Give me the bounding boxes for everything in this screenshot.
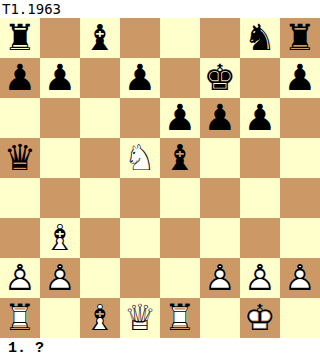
white-king: ♔: [240, 298, 280, 338]
square-e2[interactable]: [160, 258, 200, 298]
white-knight-fill: ♞: [120, 138, 160, 178]
square-a8[interactable]: ♜: [0, 18, 40, 58]
square-c4[interactable]: [80, 178, 120, 218]
square-b7[interactable]: ♟: [40, 58, 80, 98]
white-rook: ♖: [160, 298, 200, 338]
square-h4[interactable]: [280, 178, 320, 218]
square-a5[interactable]: ♛: [0, 138, 40, 178]
white-pawn: ♙: [0, 258, 40, 298]
white-rook: ♖: [0, 298, 40, 338]
white-pawn-fill: ♟: [240, 258, 280, 298]
square-e5[interactable]: ♝: [160, 138, 200, 178]
black-knight: ♞: [240, 18, 280, 58]
white-pawn: ♙: [40, 258, 80, 298]
square-g4[interactable]: [240, 178, 280, 218]
square-b1[interactable]: [40, 298, 80, 338]
white-bishop: ♗: [80, 298, 120, 338]
black-pawn: ♟: [200, 98, 240, 138]
square-b2[interactable]: ♟♙: [40, 258, 80, 298]
white-pawn-fill: ♟: [200, 258, 240, 298]
square-h8[interactable]: ♜: [280, 18, 320, 58]
square-h3[interactable]: [280, 218, 320, 258]
square-e6[interactable]: ♟: [160, 98, 200, 138]
black-pawn: ♟: [40, 58, 80, 98]
square-e8[interactable]: [160, 18, 200, 58]
white-pawn: ♙: [200, 258, 240, 298]
white-pawn: ♙: [280, 258, 320, 298]
white-bishop-fill: ♝: [40, 218, 80, 258]
white-pawn-fill: ♟: [40, 258, 80, 298]
square-d8[interactable]: [120, 18, 160, 58]
black-pawn: ♟: [120, 58, 160, 98]
square-d2[interactable]: [120, 258, 160, 298]
black-pawn: ♟: [0, 58, 40, 98]
square-c7[interactable]: [80, 58, 120, 98]
white-pawn-fill: ♟: [0, 258, 40, 298]
square-e7[interactable]: [160, 58, 200, 98]
square-f3[interactable]: [200, 218, 240, 258]
white-rook-fill: ♜: [160, 298, 200, 338]
square-f6[interactable]: ♟: [200, 98, 240, 138]
square-e3[interactable]: [160, 218, 200, 258]
white-bishop-fill: ♝: [80, 298, 120, 338]
square-d4[interactable]: [120, 178, 160, 218]
square-d5[interactable]: ♞♘: [120, 138, 160, 178]
square-a7[interactable]: ♟: [0, 58, 40, 98]
square-g2[interactable]: ♟♙: [240, 258, 280, 298]
black-queen: ♛: [0, 138, 40, 178]
square-d7[interactable]: ♟: [120, 58, 160, 98]
square-h6[interactable]: [280, 98, 320, 138]
chess-board: ♜♝♞♜♟♟♟♚♟♟♟♟♛♞♘♝♝♗♟♙♟♙♟♙♟♙♟♙♜♖♝♗♛♕♜♖♚♔: [0, 18, 320, 338]
square-g5[interactable]: [240, 138, 280, 178]
square-e4[interactable]: [160, 178, 200, 218]
square-c3[interactable]: [80, 218, 120, 258]
black-rook: ♜: [0, 18, 40, 58]
square-f2[interactable]: ♟♙: [200, 258, 240, 298]
white-queen-fill: ♛: [120, 298, 160, 338]
black-king: ♚: [200, 58, 240, 98]
white-rook-fill: ♜: [0, 298, 40, 338]
black-bishop: ♝: [160, 138, 200, 178]
square-d6[interactable]: [120, 98, 160, 138]
white-queen: ♕: [120, 298, 160, 338]
square-b3[interactable]: ♝♗: [40, 218, 80, 258]
square-f5[interactable]: [200, 138, 240, 178]
white-pawn: ♙: [240, 258, 280, 298]
square-c5[interactable]: [80, 138, 120, 178]
square-b8[interactable]: [40, 18, 80, 58]
square-g8[interactable]: ♞: [240, 18, 280, 58]
square-g6[interactable]: ♟: [240, 98, 280, 138]
square-e1[interactable]: ♜♖: [160, 298, 200, 338]
square-h1[interactable]: [280, 298, 320, 338]
square-a4[interactable]: [0, 178, 40, 218]
square-c8[interactable]: ♝: [80, 18, 120, 58]
square-a2[interactable]: ♟♙: [0, 258, 40, 298]
white-pawn-fill: ♟: [280, 258, 320, 298]
square-c6[interactable]: [80, 98, 120, 138]
move-prompt: 1. ?: [0, 338, 320, 360]
white-knight: ♘: [120, 138, 160, 178]
square-a1[interactable]: ♜♖: [0, 298, 40, 338]
square-b4[interactable]: [40, 178, 80, 218]
square-h2[interactable]: ♟♙: [280, 258, 320, 298]
square-b5[interactable]: [40, 138, 80, 178]
black-pawn: ♟: [160, 98, 200, 138]
square-g1[interactable]: ♚♔: [240, 298, 280, 338]
square-d1[interactable]: ♛♕: [120, 298, 160, 338]
square-g7[interactable]: [240, 58, 280, 98]
square-a3[interactable]: [0, 218, 40, 258]
square-f7[interactable]: ♚: [200, 58, 240, 98]
square-g3[interactable]: [240, 218, 280, 258]
white-king-fill: ♚: [240, 298, 280, 338]
puzzle-title: T1.1963: [0, 0, 320, 18]
black-rook: ♜: [280, 18, 320, 58]
square-c1[interactable]: ♝♗: [80, 298, 120, 338]
square-a6[interactable]: [0, 98, 40, 138]
square-d3[interactable]: [120, 218, 160, 258]
black-pawn: ♟: [280, 58, 320, 98]
black-pawn: ♟: [240, 98, 280, 138]
square-h5[interactable]: [280, 138, 320, 178]
square-b6[interactable]: [40, 98, 80, 138]
square-f4[interactable]: [200, 178, 240, 218]
square-f8[interactable]: [200, 18, 240, 58]
black-bishop: ♝: [80, 18, 120, 58]
square-c2[interactable]: [80, 258, 120, 298]
square-f1[interactable]: [200, 298, 240, 338]
square-h7[interactable]: ♟: [280, 58, 320, 98]
white-bishop: ♗: [40, 218, 80, 258]
